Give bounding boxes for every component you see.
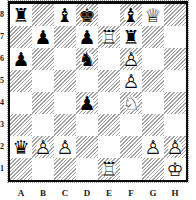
square-f4: ♘	[120, 92, 142, 114]
square-h6	[164, 48, 186, 70]
white-pawn-f6: ♙	[120, 48, 142, 70]
square-e6	[98, 48, 120, 70]
square-a6: ♟	[10, 48, 32, 70]
square-a1	[10, 158, 32, 180]
square-g5	[142, 70, 164, 92]
square-h4	[164, 92, 186, 114]
square-g2: ♙	[142, 136, 164, 158]
black-pawn-d4: ♟	[76, 92, 98, 114]
white-pawn-b2: ♙	[32, 136, 54, 158]
rank-label-3: 3	[0, 121, 7, 129]
square-d3	[76, 114, 98, 136]
white-pawn-c2: ♙	[54, 136, 76, 158]
square-e2	[98, 136, 120, 158]
file-label-F: F	[120, 188, 142, 198]
black-pawn-b7: ♟	[32, 26, 54, 48]
square-g1	[142, 158, 164, 180]
square-d8: ♚	[76, 4, 98, 26]
black-king-d8: ♚	[76, 4, 98, 26]
square-d7: ♟	[76, 26, 98, 48]
rank-label-5: 5	[0, 77, 7, 85]
square-e4	[98, 92, 120, 114]
white-pawn-g2: ♙	[142, 136, 164, 158]
square-h2: ♙	[164, 136, 186, 158]
square-f8: ♝	[120, 4, 142, 26]
square-c3	[54, 114, 76, 136]
square-a4	[10, 92, 32, 114]
square-e7: ♖	[98, 26, 120, 48]
black-knight-d6: ♞	[76, 48, 98, 70]
square-g8: ♕	[142, 4, 164, 26]
square-b6	[32, 48, 54, 70]
rank-label-2: 2	[0, 143, 7, 151]
square-e8	[98, 4, 120, 26]
square-b1	[32, 158, 54, 180]
black-rook-f7: ♜	[120, 26, 142, 48]
square-c8: ♝	[54, 4, 76, 26]
file-label-E: E	[98, 188, 120, 198]
rank-label-6: 6	[0, 55, 7, 63]
file-label-C: C	[54, 188, 76, 198]
square-f3	[120, 114, 142, 136]
rank-label-8: 8	[0, 11, 7, 19]
square-b3	[32, 114, 54, 136]
white-pawn-h2: ♙	[164, 136, 186, 158]
square-b8	[32, 4, 54, 26]
rank-label-7: 7	[0, 33, 7, 41]
square-d4: ♟	[76, 92, 98, 114]
square-c6	[54, 48, 76, 70]
white-pawn-f5: ♙	[120, 70, 142, 92]
black-pawn-a6: ♟	[10, 48, 32, 70]
square-e3	[98, 114, 120, 136]
square-g7	[142, 26, 164, 48]
white-knight-f4: ♘	[120, 92, 142, 114]
square-f2	[120, 136, 142, 158]
square-f5: ♙	[120, 70, 142, 92]
square-a3	[10, 114, 32, 136]
square-a8: ♜	[10, 4, 32, 26]
square-d2	[76, 136, 98, 158]
square-d6: ♞	[76, 48, 98, 70]
black-bishop-c8: ♝	[54, 4, 76, 26]
square-h5	[164, 70, 186, 92]
square-a5	[10, 70, 32, 92]
rank-label-4: 4	[0, 99, 7, 107]
square-g4	[142, 92, 164, 114]
square-c4	[54, 92, 76, 114]
square-b7: ♟	[32, 26, 54, 48]
black-queen-a2: ♛	[10, 136, 32, 158]
square-g6	[142, 48, 164, 70]
square-b5	[32, 70, 54, 92]
square-h1: ♔	[164, 158, 186, 180]
file-label-H: H	[164, 188, 186, 198]
white-queen-g8: ♕	[142, 4, 164, 26]
square-h8	[164, 4, 186, 26]
square-e1: ♖	[98, 158, 120, 180]
white-rook-e1: ♖	[98, 158, 120, 180]
square-h7	[164, 26, 186, 48]
square-c1	[54, 158, 76, 180]
black-pawn-d7: ♟	[76, 26, 98, 48]
square-c2: ♙	[54, 136, 76, 158]
rank-label-1: 1	[0, 165, 7, 173]
black-bishop-f8: ♝	[120, 4, 142, 26]
file-label-D: D	[76, 188, 98, 198]
square-c7	[54, 26, 76, 48]
square-f6: ♙	[120, 48, 142, 70]
square-a2: ♛	[10, 136, 32, 158]
square-f7: ♜	[120, 26, 142, 48]
file-label-G: G	[142, 188, 164, 198]
square-h3	[164, 114, 186, 136]
white-king-h1: ♔	[164, 158, 186, 180]
square-e5	[98, 70, 120, 92]
board-outer-frame: ♜♝♚♝♕♟♟♖♜♟♞♙♙♟♘♛♙♙♙♙♖♔	[7, 0, 189, 183]
square-c5	[54, 70, 76, 92]
chess-diagram: ♜♝♚♝♕♟♟♖♜♟♞♙♙♟♘♛♙♙♙♙♖♔ 87654321 ABCDEFGH	[0, 0, 196, 200]
file-label-A: A	[10, 188, 32, 198]
square-f1	[120, 158, 142, 180]
square-b2: ♙	[32, 136, 54, 158]
square-b4	[32, 92, 54, 114]
square-g3	[142, 114, 164, 136]
chess-board: ♜♝♚♝♕♟♟♖♜♟♞♙♙♟♘♛♙♙♙♙♖♔	[8, 1, 188, 182]
square-d5	[76, 70, 98, 92]
black-rook-a8: ♜	[10, 4, 32, 26]
square-d1	[76, 158, 98, 180]
square-a7	[10, 26, 32, 48]
file-label-B: B	[32, 188, 54, 198]
white-rook-e7: ♖	[98, 26, 120, 48]
